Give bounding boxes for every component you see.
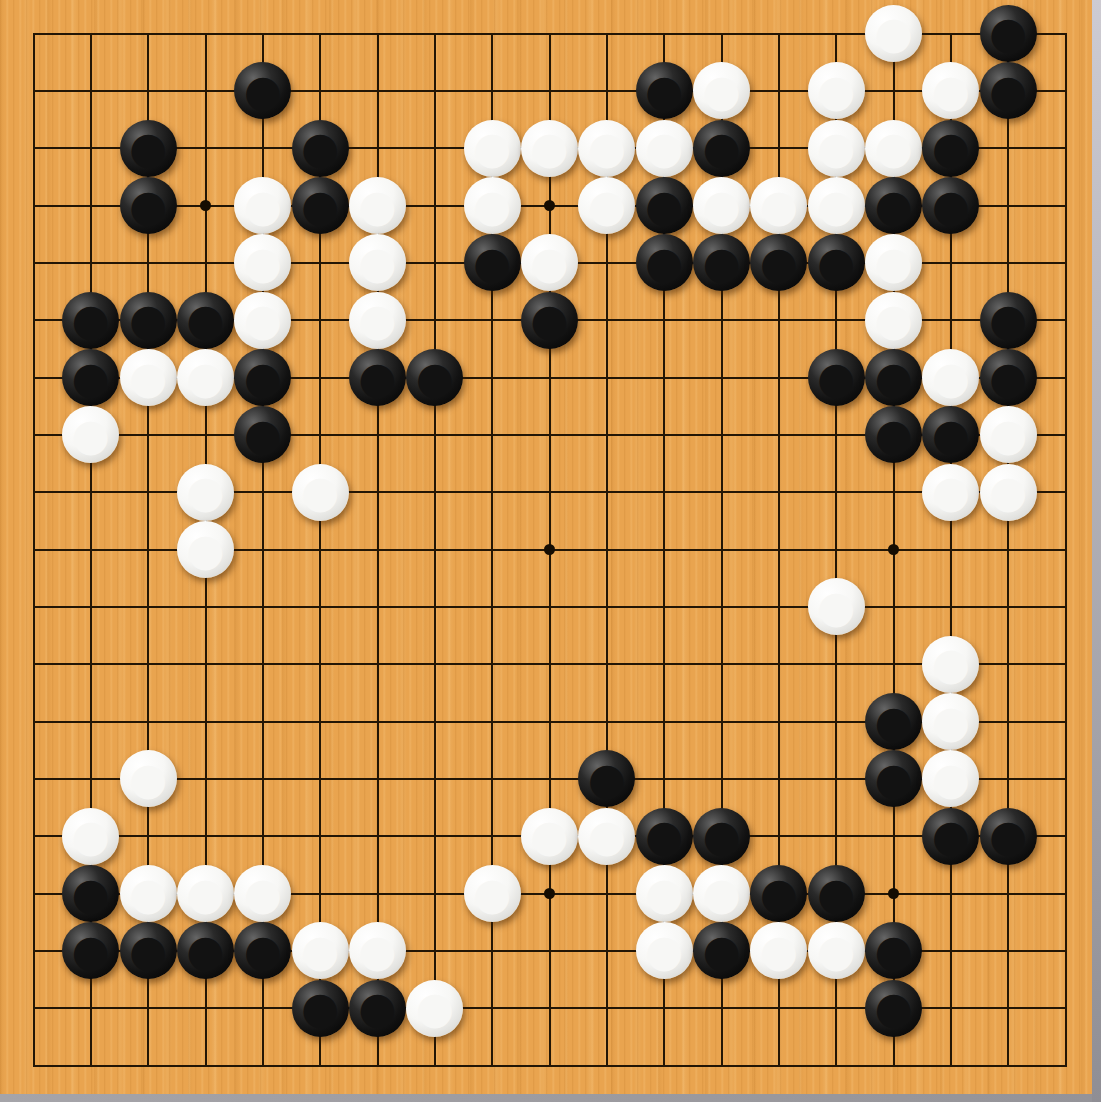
intersection[interactable]: ●: [349, 349, 406, 406]
intersection[interactable]: [980, 865, 1037, 922]
intersection[interactable]: [1037, 177, 1094, 234]
intersection[interactable]: [1037, 693, 1094, 750]
intersection[interactable]: [808, 980, 865, 1037]
intersection[interactable]: [234, 464, 291, 521]
intersection[interactable]: [62, 750, 119, 807]
intersection[interactable]: ●: [349, 980, 406, 1037]
intersection[interactable]: [5, 750, 62, 807]
intersection[interactable]: [808, 464, 865, 521]
intersection[interactable]: [349, 5, 406, 62]
intersection[interactable]: [292, 808, 349, 865]
intersection[interactable]: [1037, 464, 1094, 521]
intersection[interactable]: ●: [693, 62, 750, 119]
intersection[interactable]: [177, 62, 234, 119]
intersection[interactable]: [636, 521, 693, 578]
intersection[interactable]: ●: [865, 234, 922, 291]
intersection[interactable]: [119, 521, 176, 578]
intersection[interactable]: [119, 62, 176, 119]
intersection[interactable]: [750, 521, 807, 578]
intersection[interactable]: [750, 750, 807, 807]
intersection[interactable]: ●: [292, 119, 349, 176]
intersection[interactable]: [750, 578, 807, 635]
intersection[interactable]: [234, 578, 291, 635]
intersection[interactable]: [234, 808, 291, 865]
intersection[interactable]: ●: [234, 234, 291, 291]
intersection[interactable]: [5, 865, 62, 922]
intersection[interactable]: [578, 980, 635, 1037]
intersection[interactable]: [406, 521, 463, 578]
intersection[interactable]: ●: [177, 464, 234, 521]
intersection[interactable]: [578, 5, 635, 62]
intersection[interactable]: [808, 808, 865, 865]
intersection[interactable]: [62, 578, 119, 635]
intersection[interactable]: [980, 980, 1037, 1037]
intersection[interactable]: [5, 693, 62, 750]
intersection[interactable]: [5, 808, 62, 865]
intersection[interactable]: [521, 406, 578, 463]
intersection[interactable]: [521, 922, 578, 979]
intersection[interactable]: ●: [177, 349, 234, 406]
intersection[interactable]: ●: [980, 349, 1037, 406]
intersection[interactable]: [406, 750, 463, 807]
intersection[interactable]: ●: [922, 62, 979, 119]
intersection[interactable]: ●: [693, 865, 750, 922]
intersection[interactable]: [349, 693, 406, 750]
intersection[interactable]: [119, 234, 176, 291]
intersection[interactable]: ●: [808, 119, 865, 176]
intersection[interactable]: ●: [234, 865, 291, 922]
intersection[interactable]: ●: [464, 234, 521, 291]
intersection[interactable]: [464, 636, 521, 693]
intersection[interactable]: [119, 406, 176, 463]
intersection[interactable]: [464, 578, 521, 635]
intersection[interactable]: ●: [177, 292, 234, 349]
intersection[interactable]: [234, 750, 291, 807]
intersection[interactable]: [5, 406, 62, 463]
intersection[interactable]: ●: [922, 750, 979, 807]
intersection[interactable]: [922, 980, 979, 1037]
intersection[interactable]: [177, 578, 234, 635]
intersection[interactable]: ●: [521, 292, 578, 349]
intersection[interactable]: ●: [62, 292, 119, 349]
intersection[interactable]: ●: [693, 177, 750, 234]
intersection[interactable]: [636, 464, 693, 521]
intersection[interactable]: ●: [62, 865, 119, 922]
intersection[interactable]: [119, 578, 176, 635]
intersection[interactable]: ●: [292, 980, 349, 1037]
intersection[interactable]: ●: [808, 349, 865, 406]
intersection[interactable]: [808, 750, 865, 807]
intersection[interactable]: ●: [234, 62, 291, 119]
intersection[interactable]: [62, 1037, 119, 1094]
intersection[interactable]: [292, 578, 349, 635]
intersection[interactable]: [750, 119, 807, 176]
intersection[interactable]: ●: [922, 119, 979, 176]
intersection[interactable]: ●: [464, 177, 521, 234]
intersection[interactable]: [292, 521, 349, 578]
intersection[interactable]: [292, 5, 349, 62]
intersection[interactable]: [750, 636, 807, 693]
intersection[interactable]: [808, 406, 865, 463]
intersection[interactable]: ●: [119, 292, 176, 349]
intersection[interactable]: [693, 464, 750, 521]
intersection[interactable]: [234, 521, 291, 578]
intersection[interactable]: [636, 349, 693, 406]
intersection[interactable]: ●: [693, 808, 750, 865]
intersection[interactable]: ●: [578, 750, 635, 807]
intersection[interactable]: [693, 750, 750, 807]
intersection[interactable]: [292, 750, 349, 807]
intersection[interactable]: [1037, 1037, 1094, 1094]
intersection[interactable]: [5, 177, 62, 234]
intersection[interactable]: ●: [292, 464, 349, 521]
intersection[interactable]: [1037, 521, 1094, 578]
intersection[interactable]: ●: [578, 808, 635, 865]
intersection[interactable]: [292, 865, 349, 922]
intersection[interactable]: [865, 62, 922, 119]
intersection[interactable]: [980, 693, 1037, 750]
intersection[interactable]: [292, 693, 349, 750]
intersection[interactable]: [177, 980, 234, 1037]
intersection[interactable]: [464, 750, 521, 807]
intersection[interactable]: [406, 119, 463, 176]
intersection[interactable]: [865, 464, 922, 521]
intersection[interactable]: [406, 234, 463, 291]
intersection[interactable]: [464, 62, 521, 119]
intersection[interactable]: [464, 693, 521, 750]
intersection[interactable]: ●: [922, 177, 979, 234]
intersection[interactable]: ●: [750, 177, 807, 234]
intersection[interactable]: [5, 521, 62, 578]
intersection[interactable]: ●: [636, 119, 693, 176]
intersection[interactable]: [119, 980, 176, 1037]
intersection[interactable]: [521, 636, 578, 693]
intersection[interactable]: [693, 349, 750, 406]
intersection[interactable]: [5, 292, 62, 349]
intersection[interactable]: [636, 1037, 693, 1094]
intersection[interactable]: [693, 578, 750, 635]
intersection[interactable]: [119, 636, 176, 693]
intersection[interactable]: [1037, 578, 1094, 635]
intersection[interactable]: [1037, 62, 1094, 119]
intersection[interactable]: [980, 922, 1037, 979]
intersection[interactable]: [5, 119, 62, 176]
intersection[interactable]: ●: [234, 406, 291, 463]
intersection[interactable]: [1037, 292, 1094, 349]
intersection[interactable]: [292, 349, 349, 406]
intersection[interactable]: ●: [750, 922, 807, 979]
intersection[interactable]: [349, 464, 406, 521]
intersection[interactable]: [406, 922, 463, 979]
intersection[interactable]: ●: [234, 177, 291, 234]
intersection[interactable]: ●: [62, 349, 119, 406]
intersection[interactable]: [578, 636, 635, 693]
intersection[interactable]: [406, 693, 463, 750]
intersection[interactable]: ●: [980, 406, 1037, 463]
intersection[interactable]: ●: [865, 406, 922, 463]
intersection[interactable]: ●: [292, 922, 349, 979]
intersection[interactable]: [578, 292, 635, 349]
intersection[interactable]: ●: [808, 177, 865, 234]
intersection[interactable]: ●: [636, 177, 693, 234]
intersection[interactable]: [1037, 865, 1094, 922]
intersection[interactable]: [980, 234, 1037, 291]
intersection[interactable]: ●: [578, 119, 635, 176]
intersection[interactable]: ●: [177, 521, 234, 578]
intersection[interactable]: [406, 1037, 463, 1094]
intersection[interactable]: [1037, 980, 1094, 1037]
intersection[interactable]: [578, 349, 635, 406]
intersection[interactable]: [980, 521, 1037, 578]
intersection[interactable]: [693, 521, 750, 578]
intersection[interactable]: ●: [808, 62, 865, 119]
intersection[interactable]: ●: [119, 349, 176, 406]
intersection[interactable]: ●: [865, 292, 922, 349]
intersection[interactable]: ●: [865, 119, 922, 176]
intersection[interactable]: [464, 521, 521, 578]
intersection[interactable]: [406, 865, 463, 922]
intersection[interactable]: [693, 980, 750, 1037]
intersection[interactable]: [62, 234, 119, 291]
intersection[interactable]: [693, 406, 750, 463]
intersection[interactable]: [62, 980, 119, 1037]
intersection[interactable]: [464, 464, 521, 521]
intersection[interactable]: [5, 349, 62, 406]
intersection[interactable]: [922, 865, 979, 922]
intersection[interactable]: [578, 521, 635, 578]
intersection[interactable]: ●: [865, 693, 922, 750]
intersection[interactable]: [406, 62, 463, 119]
intersection[interactable]: [5, 980, 62, 1037]
intersection[interactable]: ●: [349, 177, 406, 234]
intersection[interactable]: ●: [349, 234, 406, 291]
intersection[interactable]: [119, 808, 176, 865]
intersection[interactable]: [521, 5, 578, 62]
intersection[interactable]: [636, 750, 693, 807]
intersection[interactable]: ●: [349, 922, 406, 979]
intersection[interactable]: ●: [521, 119, 578, 176]
intersection[interactable]: [62, 177, 119, 234]
intersection[interactable]: [980, 177, 1037, 234]
intersection[interactable]: [693, 693, 750, 750]
intersection[interactable]: ●: [865, 980, 922, 1037]
intersection[interactable]: [578, 865, 635, 922]
intersection[interactable]: [1037, 808, 1094, 865]
intersection[interactable]: [406, 177, 463, 234]
intersection[interactable]: [865, 808, 922, 865]
intersection[interactable]: [750, 292, 807, 349]
intersection[interactable]: [750, 1037, 807, 1094]
intersection[interactable]: [636, 5, 693, 62]
intersection[interactable]: ●: [980, 808, 1037, 865]
intersection[interactable]: ●: [62, 406, 119, 463]
intersection[interactable]: [865, 1037, 922, 1094]
intersection[interactable]: ●: [865, 177, 922, 234]
intersection[interactable]: [349, 750, 406, 807]
intersection[interactable]: [62, 521, 119, 578]
intersection[interactable]: ●: [636, 62, 693, 119]
intersection[interactable]: ●: [922, 693, 979, 750]
intersection[interactable]: [980, 1037, 1037, 1094]
intersection[interactable]: [521, 980, 578, 1037]
intersection[interactable]: [922, 234, 979, 291]
intersection[interactable]: [750, 406, 807, 463]
intersection[interactable]: [808, 292, 865, 349]
intersection[interactable]: [292, 406, 349, 463]
intersection[interactable]: [292, 292, 349, 349]
intersection[interactable]: [693, 292, 750, 349]
intersection[interactable]: [349, 1037, 406, 1094]
intersection[interactable]: ●: [980, 62, 1037, 119]
intersection[interactable]: [750, 693, 807, 750]
intersection[interactable]: ●: [406, 980, 463, 1037]
intersection[interactable]: [177, 177, 234, 234]
intersection[interactable]: [1037, 636, 1094, 693]
intersection[interactable]: [349, 521, 406, 578]
intersection[interactable]: [177, 1037, 234, 1094]
intersection[interactable]: ●: [119, 750, 176, 807]
intersection[interactable]: ●: [292, 177, 349, 234]
intersection[interactable]: [177, 5, 234, 62]
intersection[interactable]: [750, 5, 807, 62]
intersection[interactable]: [636, 693, 693, 750]
intersection[interactable]: ●: [865, 349, 922, 406]
intersection[interactable]: [693, 5, 750, 62]
intersection[interactable]: [464, 1037, 521, 1094]
intersection[interactable]: [234, 5, 291, 62]
intersection[interactable]: [177, 750, 234, 807]
intersection[interactable]: [349, 865, 406, 922]
intersection[interactable]: [177, 693, 234, 750]
intersection[interactable]: [922, 521, 979, 578]
intersection[interactable]: ●: [922, 464, 979, 521]
intersection[interactable]: [292, 234, 349, 291]
intersection[interactable]: ●: [406, 349, 463, 406]
intersection[interactable]: [464, 922, 521, 979]
intersection[interactable]: ●: [349, 292, 406, 349]
intersection[interactable]: [406, 636, 463, 693]
intersection[interactable]: ●: [693, 234, 750, 291]
intersection[interactable]: [1037, 5, 1094, 62]
intersection[interactable]: [119, 693, 176, 750]
intersection[interactable]: ●: [922, 406, 979, 463]
intersection[interactable]: [922, 578, 979, 635]
intersection[interactable]: [119, 5, 176, 62]
intersection[interactable]: [578, 1037, 635, 1094]
intersection[interactable]: [808, 521, 865, 578]
intersection[interactable]: [406, 578, 463, 635]
intersection[interactable]: [1037, 406, 1094, 463]
intersection[interactable]: [521, 521, 578, 578]
intersection[interactable]: [1037, 922, 1094, 979]
intersection[interactable]: [636, 578, 693, 635]
intersection[interactable]: ●: [636, 234, 693, 291]
intersection[interactable]: ●: [234, 922, 291, 979]
intersection[interactable]: ●: [177, 922, 234, 979]
intersection[interactable]: [922, 1037, 979, 1094]
intersection[interactable]: ●: [980, 464, 1037, 521]
intersection[interactable]: [808, 1037, 865, 1094]
intersection[interactable]: [62, 5, 119, 62]
intersection[interactable]: [865, 521, 922, 578]
intersection[interactable]: [808, 636, 865, 693]
intersection[interactable]: [62, 464, 119, 521]
intersection[interactable]: ●: [980, 5, 1037, 62]
intersection[interactable]: [521, 693, 578, 750]
intersection[interactable]: [922, 922, 979, 979]
intersection[interactable]: ●: [521, 234, 578, 291]
intersection[interactable]: [119, 464, 176, 521]
intersection[interactable]: ●: [62, 808, 119, 865]
intersection[interactable]: ●: [464, 119, 521, 176]
intersection[interactable]: ●: [865, 750, 922, 807]
intersection[interactable]: [349, 406, 406, 463]
intersection[interactable]: [980, 119, 1037, 176]
intersection[interactable]: [5, 62, 62, 119]
intersection[interactable]: ●: [464, 865, 521, 922]
intersection[interactable]: [406, 464, 463, 521]
intersection[interactable]: [750, 980, 807, 1037]
intersection[interactable]: [464, 808, 521, 865]
intersection[interactable]: [521, 177, 578, 234]
intersection[interactable]: [62, 62, 119, 119]
intersection[interactable]: ●: [234, 292, 291, 349]
intersection[interactable]: [349, 808, 406, 865]
intersection[interactable]: [406, 292, 463, 349]
intersection[interactable]: [234, 980, 291, 1037]
intersection[interactable]: ●: [865, 5, 922, 62]
intersection[interactable]: [750, 808, 807, 865]
intersection[interactable]: [349, 119, 406, 176]
intersection[interactable]: ●: [636, 922, 693, 979]
intersection[interactable]: ●: [521, 808, 578, 865]
intersection[interactable]: ●: [980, 292, 1037, 349]
intersection[interactable]: ●: [808, 234, 865, 291]
intersection[interactable]: [177, 808, 234, 865]
intersection[interactable]: ●: [808, 865, 865, 922]
intersection[interactable]: [406, 5, 463, 62]
intersection[interactable]: ●: [119, 865, 176, 922]
intersection[interactable]: ●: [177, 865, 234, 922]
intersection[interactable]: ●: [808, 578, 865, 635]
intersection[interactable]: [980, 578, 1037, 635]
intersection[interactable]: [865, 865, 922, 922]
intersection[interactable]: [922, 5, 979, 62]
intersection[interactable]: ●: [578, 177, 635, 234]
intersection[interactable]: [177, 636, 234, 693]
intersection[interactable]: [5, 5, 62, 62]
intersection[interactable]: [349, 62, 406, 119]
intersection[interactable]: [808, 5, 865, 62]
intersection[interactable]: [5, 636, 62, 693]
intersection[interactable]: [1037, 119, 1094, 176]
intersection[interactable]: [1037, 234, 1094, 291]
intersection[interactable]: ●: [636, 808, 693, 865]
intersection[interactable]: [578, 578, 635, 635]
intersection[interactable]: [865, 578, 922, 635]
intersection[interactable]: [636, 636, 693, 693]
intersection[interactable]: [922, 292, 979, 349]
intersection[interactable]: [464, 5, 521, 62]
intersection[interactable]: [349, 636, 406, 693]
intersection[interactable]: ●: [636, 865, 693, 922]
intersection[interactable]: [578, 922, 635, 979]
intersection[interactable]: [406, 808, 463, 865]
intersection[interactable]: [464, 292, 521, 349]
intersection[interactable]: ●: [750, 865, 807, 922]
intersection[interactable]: [980, 636, 1037, 693]
intersection[interactable]: [119, 1037, 176, 1094]
